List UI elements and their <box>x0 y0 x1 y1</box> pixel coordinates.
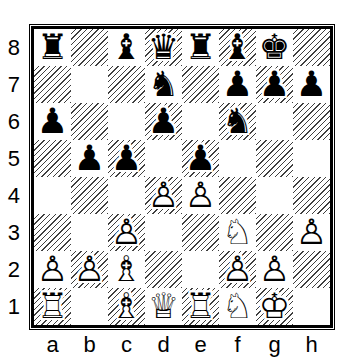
black-knight-f6[interactable]: ♞ <box>219 103 256 140</box>
square-c6[interactable] <box>108 103 145 140</box>
square-f5[interactable] <box>219 140 256 177</box>
black-queen-d8[interactable]: ♛ <box>145 29 182 66</box>
rank-label-6: 6 <box>0 103 24 140</box>
square-c4[interactable] <box>108 177 145 214</box>
white-pawn-icon: ♙ <box>219 251 256 288</box>
square-f2[interactable]: ♟♙ <box>219 251 256 288</box>
file-labels: abcdefgh <box>34 331 330 359</box>
black-knight-icon: ♞ <box>219 103 256 140</box>
white-knight-f3[interactable]: ♞♘ <box>219 214 256 251</box>
square-b7[interactable] <box>71 66 108 103</box>
white-pawn-h3[interactable]: ♟♙ <box>293 214 330 251</box>
black-pawn-icon: ♟ <box>34 103 71 140</box>
square-h6[interactable] <box>293 103 330 140</box>
square-a1[interactable]: ♜♖ <box>34 288 71 325</box>
black-pawn-c5[interactable]: ♟ <box>108 140 145 177</box>
file-label-g: g <box>256 331 293 359</box>
black-pawn-icon: ♟ <box>256 66 293 103</box>
black-king-icon: ♚ <box>256 29 293 66</box>
square-b8[interactable] <box>71 29 108 66</box>
white-rook-icon: ♖ <box>182 288 219 325</box>
square-b3[interactable] <box>71 214 108 251</box>
black-rook-icon: ♜ <box>34 29 71 66</box>
square-h8[interactable] <box>293 29 330 66</box>
board-grid: ♜♝♛♜♝♚♞♟♟♟♟♟♞♟♟♟♟♙♟♙♟♙♞♘♟♙♟♙♟♙♝♗♟♙♟♙♜♖♝♗… <box>34 29 330 325</box>
white-pawn-a2[interactable]: ♟♙ <box>34 251 71 288</box>
white-king-icon: ♔ <box>256 288 293 325</box>
square-g4[interactable] <box>256 177 293 214</box>
square-a7[interactable] <box>34 66 71 103</box>
black-pawn-icon: ♟ <box>108 140 145 177</box>
rank-label-5: 5 <box>0 140 24 177</box>
rank-label-7: 7 <box>0 66 24 103</box>
white-pawn-icon: ♙ <box>71 251 108 288</box>
square-e4[interactable]: ♟♙ <box>182 177 219 214</box>
square-b1[interactable] <box>71 288 108 325</box>
black-pawn-a6[interactable]: ♟ <box>34 103 71 140</box>
square-h3[interactable]: ♟♙ <box>293 214 330 251</box>
square-e2[interactable] <box>182 251 219 288</box>
square-c1[interactable]: ♝♗ <box>108 288 145 325</box>
square-e7[interactable] <box>182 66 219 103</box>
white-pawn-g2[interactable]: ♟♙ <box>256 251 293 288</box>
square-d1[interactable]: ♛♕ <box>145 288 182 325</box>
black-pawn-icon: ♟ <box>182 140 219 177</box>
white-pawn-icon: ♙ <box>182 177 219 214</box>
square-b4[interactable] <box>71 177 108 214</box>
square-h1[interactable] <box>293 288 330 325</box>
square-f4[interactable] <box>219 177 256 214</box>
square-a6[interactable]: ♟ <box>34 103 71 140</box>
square-h7[interactable]: ♟ <box>293 66 330 103</box>
black-knight-d7[interactable]: ♞ <box>145 66 182 103</box>
square-g7[interactable]: ♟ <box>256 66 293 103</box>
rank-label-1: 1 <box>0 288 24 325</box>
square-f3[interactable]: ♞♘ <box>219 214 256 251</box>
white-pawn-c3[interactable]: ♟♙ <box>108 214 145 251</box>
white-bishop-c1[interactable]: ♝♗ <box>108 288 145 325</box>
white-rook-a1[interactable]: ♜♖ <box>34 288 71 325</box>
square-h4[interactable] <box>293 177 330 214</box>
square-g2[interactable]: ♟♙ <box>256 251 293 288</box>
white-queen-icon: ♕ <box>145 288 182 325</box>
black-pawn-h7[interactable]: ♟ <box>293 66 330 103</box>
white-pawn-icon: ♙ <box>293 214 330 251</box>
file-label-f: f <box>219 331 256 359</box>
black-bishop-icon: ♝ <box>108 29 145 66</box>
square-e5[interactable]: ♟ <box>182 140 219 177</box>
square-f6[interactable]: ♞ <box>219 103 256 140</box>
white-rook-e1[interactable]: ♜♖ <box>182 288 219 325</box>
white-king-g1[interactable]: ♚♔ <box>256 288 293 325</box>
square-d8[interactable]: ♛ <box>145 29 182 66</box>
square-b5[interactable]: ♟ <box>71 140 108 177</box>
square-h5[interactable] <box>293 140 330 177</box>
square-e8[interactable]: ♜ <box>182 29 219 66</box>
square-e1[interactable]: ♜♖ <box>182 288 219 325</box>
white-rook-icon: ♖ <box>34 288 71 325</box>
square-a8[interactable]: ♜ <box>34 29 71 66</box>
white-pawn-icon: ♙ <box>34 251 71 288</box>
square-a4[interactable] <box>34 177 71 214</box>
white-bishop-icon: ♗ <box>108 251 145 288</box>
white-pawn-icon: ♙ <box>145 177 182 214</box>
black-bishop-icon: ♝ <box>219 29 256 66</box>
black-rook-e8[interactable]: ♜ <box>182 29 219 66</box>
rank-labels: 87654321 <box>0 29 24 325</box>
chess-diagram: 87654321 ♜♝♛♜♝♚♞♟♟♟♟♟♞♟♟♟♟♙♟♙♟♙♞♘♟♙♟♙♟♙♝… <box>0 0 360 360</box>
square-f8[interactable]: ♝ <box>219 29 256 66</box>
rank-label-4: 4 <box>0 177 24 214</box>
square-e6[interactable] <box>182 103 219 140</box>
black-knight-icon: ♞ <box>145 66 182 103</box>
file-label-c: c <box>108 331 145 359</box>
square-a5[interactable] <box>34 140 71 177</box>
file-label-h: h <box>293 331 330 359</box>
black-pawn-g7[interactable]: ♟ <box>256 66 293 103</box>
black-pawn-b5[interactable]: ♟ <box>71 140 108 177</box>
chess-board: ♜♝♛♜♝♚♞♟♟♟♟♟♞♟♟♟♟♙♟♙♟♙♞♘♟♙♟♙♟♙♝♗♟♙♟♙♜♖♝♗… <box>29 24 335 330</box>
square-d7[interactable]: ♞ <box>145 66 182 103</box>
black-pawn-d6[interactable]: ♟ <box>145 103 182 140</box>
file-label-e: e <box>182 331 219 359</box>
white-knight-f1[interactable]: ♞♘ <box>219 288 256 325</box>
white-knight-icon: ♘ <box>219 214 256 251</box>
board-frame: ♜♝♛♜♝♚♞♟♟♟♟♟♞♟♟♟♟♙♟♙♟♙♞♘♟♙♟♙♟♙♝♗♟♙♟♙♜♖♝♗… <box>31 26 333 328</box>
square-c7[interactable] <box>108 66 145 103</box>
black-bishop-f8[interactable]: ♝ <box>219 29 256 66</box>
black-pawn-f7[interactable]: ♟ <box>219 66 256 103</box>
white-queen-d1[interactable]: ♛♕ <box>145 288 182 325</box>
white-bishop-c2[interactable]: ♝♗ <box>108 251 145 288</box>
file-label-b: b <box>71 331 108 359</box>
white-pawn-b2[interactable]: ♟♙ <box>71 251 108 288</box>
square-b2[interactable]: ♟♙ <box>71 251 108 288</box>
square-g8[interactable]: ♚ <box>256 29 293 66</box>
square-g6[interactable] <box>256 103 293 140</box>
square-c2[interactable]: ♝♗ <box>108 251 145 288</box>
black-king-g8[interactable]: ♚ <box>256 29 293 66</box>
square-c3[interactable]: ♟♙ <box>108 214 145 251</box>
file-label-d: d <box>145 331 182 359</box>
black-bishop-c8[interactable]: ♝ <box>108 29 145 66</box>
white-knight-icon: ♘ <box>219 288 256 325</box>
square-h2[interactable] <box>293 251 330 288</box>
square-g1[interactable]: ♚♔ <box>256 288 293 325</box>
white-pawn-icon: ♙ <box>108 214 145 251</box>
black-rook-a8[interactable]: ♜ <box>34 29 71 66</box>
white-pawn-e4[interactable]: ♟♙ <box>182 177 219 214</box>
square-d4[interactable]: ♟♙ <box>145 177 182 214</box>
white-bishop-icon: ♗ <box>108 288 145 325</box>
white-pawn-icon: ♙ <box>256 251 293 288</box>
black-rook-icon: ♜ <box>182 29 219 66</box>
white-pawn-d4[interactable]: ♟♙ <box>145 177 182 214</box>
square-e3[interactable] <box>182 214 219 251</box>
square-d6[interactable]: ♟ <box>145 103 182 140</box>
square-c8[interactable]: ♝ <box>108 29 145 66</box>
square-d3[interactable] <box>145 214 182 251</box>
square-f7[interactable]: ♟ <box>219 66 256 103</box>
square-f1[interactable]: ♞♘ <box>219 288 256 325</box>
rank-label-2: 2 <box>0 251 24 288</box>
black-pawn-icon: ♟ <box>219 66 256 103</box>
square-d5[interactable] <box>145 140 182 177</box>
square-g3[interactable] <box>256 214 293 251</box>
black-queen-icon: ♛ <box>145 29 182 66</box>
white-pawn-f2[interactable]: ♟♙ <box>219 251 256 288</box>
file-label-a: a <box>34 331 71 359</box>
square-b6[interactable] <box>71 103 108 140</box>
square-a2[interactable]: ♟♙ <box>34 251 71 288</box>
rank-label-3: 3 <box>0 214 24 251</box>
black-pawn-e5[interactable]: ♟ <box>182 140 219 177</box>
square-d2[interactable] <box>145 251 182 288</box>
square-a3[interactable] <box>34 214 71 251</box>
black-pawn-icon: ♟ <box>71 140 108 177</box>
black-pawn-icon: ♟ <box>145 103 182 140</box>
rank-label-8: 8 <box>0 29 24 66</box>
black-pawn-icon: ♟ <box>293 66 330 103</box>
square-c5[interactable]: ♟ <box>108 140 145 177</box>
square-g5[interactable] <box>256 140 293 177</box>
